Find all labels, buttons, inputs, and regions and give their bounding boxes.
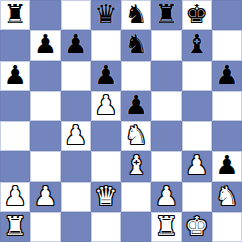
square-e6[interactable] xyxy=(121,61,151,91)
black-pawn[interactable]: ♟ xyxy=(215,152,238,178)
square-e2[interactable] xyxy=(121,182,151,212)
square-e7[interactable]: ♞ xyxy=(121,30,151,60)
white-pawn[interactable]: ♟ xyxy=(34,183,57,209)
white-queen[interactable]: ♛ xyxy=(94,183,117,209)
square-f4[interactable] xyxy=(151,121,181,151)
square-h4[interactable] xyxy=(212,121,242,151)
black-pawn[interactable]: ♟ xyxy=(215,62,238,88)
square-c8[interactable] xyxy=(61,0,91,30)
white-bishop[interactable]: ♝ xyxy=(124,152,147,178)
white-knight[interactable]: ♞ xyxy=(215,183,238,209)
black-bishop[interactable]: ♝ xyxy=(185,31,208,57)
square-a1[interactable]: ♜ xyxy=(0,212,30,242)
square-a6[interactable]: ♟ xyxy=(0,61,30,91)
square-h5[interactable] xyxy=(212,91,242,121)
black-knight[interactable]: ♞ xyxy=(124,31,147,57)
black-rook[interactable]: ♜ xyxy=(155,1,178,27)
square-f8[interactable]: ♜ xyxy=(151,0,181,30)
black-queen[interactable]: ♛ xyxy=(94,1,117,27)
square-a2[interactable]: ♟ xyxy=(0,182,30,212)
square-g6[interactable] xyxy=(182,61,212,91)
black-pawn[interactable]: ♟ xyxy=(64,31,87,57)
square-g5[interactable] xyxy=(182,91,212,121)
square-b7[interactable]: ♟ xyxy=(30,30,60,60)
white-knight[interactable]: ♞ xyxy=(124,122,147,148)
square-e8[interactable]: ♞ xyxy=(121,0,151,30)
square-d5[interactable]: ♟ xyxy=(91,91,121,121)
square-d7[interactable] xyxy=(91,30,121,60)
white-pawn[interactable]: ♟ xyxy=(185,152,208,178)
square-g8[interactable]: ♚ xyxy=(182,0,212,30)
square-g3[interactable]: ♟ xyxy=(182,151,212,181)
board-wrap: ♜♛♞♜♚♟♟♞♝♟♟♟♟♟♟♞♝♟♟♟♟♛♟♞♜♜♚ xyxy=(0,0,242,242)
black-king[interactable]: ♚ xyxy=(185,1,208,27)
square-b5[interactable] xyxy=(30,91,60,121)
square-c4[interactable]: ♟ xyxy=(61,121,91,151)
square-a8[interactable]: ♜ xyxy=(0,0,30,30)
square-e4[interactable]: ♞ xyxy=(121,121,151,151)
square-b3[interactable] xyxy=(30,151,60,181)
square-g1[interactable]: ♚ xyxy=(182,212,212,242)
black-rook[interactable]: ♜ xyxy=(3,1,26,27)
square-e1[interactable] xyxy=(121,212,151,242)
black-pawn[interactable]: ♟ xyxy=(3,62,26,88)
square-f7[interactable] xyxy=(151,30,181,60)
square-h3[interactable]: ♟ xyxy=(212,151,242,181)
square-a3[interactable] xyxy=(0,151,30,181)
square-d2[interactable]: ♛ xyxy=(91,182,121,212)
square-h7[interactable] xyxy=(212,30,242,60)
square-e5[interactable]: ♟ xyxy=(121,91,151,121)
white-pawn[interactable]: ♟ xyxy=(94,92,117,118)
square-c7[interactable]: ♟ xyxy=(61,30,91,60)
square-d6[interactable]: ♟ xyxy=(91,61,121,91)
white-rook[interactable]: ♜ xyxy=(155,213,178,239)
square-f5[interactable] xyxy=(151,91,181,121)
square-c6[interactable] xyxy=(61,61,91,91)
square-a4[interactable] xyxy=(0,121,30,151)
square-f3[interactable] xyxy=(151,151,181,181)
white-rook[interactable]: ♜ xyxy=(3,213,26,239)
square-c5[interactable] xyxy=(61,91,91,121)
square-b4[interactable] xyxy=(30,121,60,151)
square-b2[interactable]: ♟ xyxy=(30,182,60,212)
square-d8[interactable]: ♛ xyxy=(91,0,121,30)
square-d4[interactable] xyxy=(91,121,121,151)
square-h8[interactable] xyxy=(212,0,242,30)
black-knight[interactable]: ♞ xyxy=(124,1,147,27)
square-f1[interactable]: ♜ xyxy=(151,212,181,242)
square-g4[interactable] xyxy=(182,121,212,151)
white-pawn[interactable]: ♟ xyxy=(3,183,26,209)
square-h2[interactable]: ♞ xyxy=(212,182,242,212)
square-d1[interactable] xyxy=(91,212,121,242)
white-pawn[interactable]: ♟ xyxy=(155,183,178,209)
square-c2[interactable] xyxy=(61,182,91,212)
square-g7[interactable]: ♝ xyxy=(182,30,212,60)
square-d3[interactable] xyxy=(91,151,121,181)
black-pawn[interactable]: ♟ xyxy=(124,92,147,118)
square-c3[interactable] xyxy=(61,151,91,181)
square-f6[interactable] xyxy=(151,61,181,91)
square-h1[interactable] xyxy=(212,212,242,242)
square-a7[interactable] xyxy=(0,30,30,60)
square-h6[interactable]: ♟ xyxy=(212,61,242,91)
square-a5[interactable] xyxy=(0,91,30,121)
white-king[interactable]: ♚ xyxy=(185,213,208,239)
black-pawn[interactable]: ♟ xyxy=(34,31,57,57)
square-b1[interactable] xyxy=(30,212,60,242)
square-e3[interactable]: ♝ xyxy=(121,151,151,181)
square-b8[interactable] xyxy=(30,0,60,30)
square-b6[interactable] xyxy=(30,61,60,91)
chess-board: ♜♛♞♜♚♟♟♞♝♟♟♟♟♟♟♞♝♟♟♟♟♛♟♞♜♜♚ xyxy=(0,0,242,242)
square-g2[interactable] xyxy=(182,182,212,212)
square-c1[interactable] xyxy=(61,212,91,242)
black-pawn[interactable]: ♟ xyxy=(94,62,117,88)
square-f2[interactable]: ♟ xyxy=(151,182,181,212)
white-pawn[interactable]: ♟ xyxy=(64,122,87,148)
